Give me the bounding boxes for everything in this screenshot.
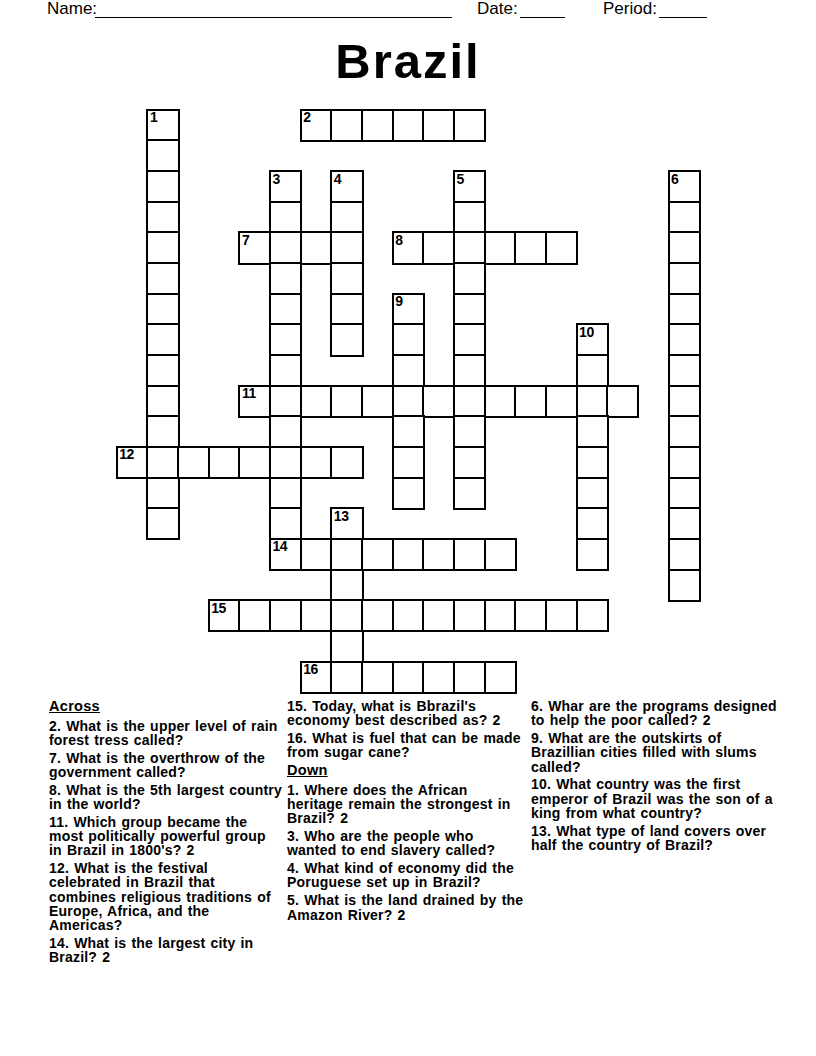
cell-r11c3[interactable] xyxy=(208,446,241,479)
across-clue-16: 16. What is fuel that can be made from s… xyxy=(287,731,528,760)
cell-r11c7[interactable] xyxy=(330,446,363,479)
cell-r9c18[interactable] xyxy=(668,385,701,418)
cell-r14c15[interactable] xyxy=(576,538,609,571)
across-clue-7: 7. What is the overthrow of the governme… xyxy=(49,751,282,780)
cell-r14c8[interactable] xyxy=(361,538,394,571)
cell-r4c7[interactable] xyxy=(330,231,363,264)
cell-r2c1[interactable] xyxy=(146,170,179,203)
cell-r11c2[interactable] xyxy=(177,446,210,479)
cell-r12c18[interactable] xyxy=(668,477,701,510)
cell-r16c12[interactable] xyxy=(484,599,517,632)
cell-r18c10[interactable] xyxy=(422,661,455,694)
cell-r10c15[interactable] xyxy=(576,415,609,448)
cell-r6c18[interactable] xyxy=(668,293,701,326)
cell-r6c9[interactable]: 9 xyxy=(392,293,425,326)
cell-r11c6[interactable] xyxy=(300,446,333,479)
cell-r3c11[interactable] xyxy=(453,201,486,234)
clue-number-9: 9 xyxy=(395,294,402,308)
cell-r9c10[interactable] xyxy=(422,385,455,418)
cell-r14c11[interactable] xyxy=(453,538,486,571)
clue-number-11: 11 xyxy=(242,386,256,400)
cell-r11c0[interactable]: 12 xyxy=(116,446,149,479)
clue-number-14: 14 xyxy=(273,539,288,553)
cell-r14c9[interactable] xyxy=(392,538,425,571)
cell-r18c6[interactable]: 16 xyxy=(300,661,333,694)
name-blank-line[interactable] xyxy=(95,1,452,18)
cell-r16c3[interactable]: 15 xyxy=(208,599,241,632)
cell-r7c11[interactable] xyxy=(453,323,486,356)
cell-r16c4[interactable] xyxy=(238,599,271,632)
clue-number-6: 6 xyxy=(671,172,678,186)
cell-r12c11[interactable] xyxy=(453,477,486,510)
cell-r11c5[interactable] xyxy=(269,446,302,479)
cell-r4c5[interactable] xyxy=(269,231,302,264)
cell-r9c5[interactable] xyxy=(269,385,302,418)
cell-r10c11[interactable] xyxy=(453,415,486,448)
clue-number-15: 15 xyxy=(211,601,226,615)
cell-r0c11[interactable] xyxy=(453,109,486,142)
clue-number-2: 2 xyxy=(303,110,310,124)
cell-r18c9[interactable] xyxy=(392,661,425,694)
cell-r11c18[interactable] xyxy=(668,446,701,479)
cell-r13c1[interactable] xyxy=(146,507,179,540)
cell-r3c5[interactable] xyxy=(269,201,302,234)
cell-r5c1[interactable] xyxy=(146,262,179,295)
cell-r11c9[interactable] xyxy=(392,446,425,479)
cell-r2c18[interactable]: 6 xyxy=(668,170,701,203)
across-clue-11: 11. Which group became the most politica… xyxy=(49,815,282,858)
crossword-worksheet-page: Name: Date: Period: Brazil 1234567891011… xyxy=(0,0,816,1056)
cell-r18c7[interactable] xyxy=(330,661,363,694)
cell-r8c11[interactable] xyxy=(453,354,486,387)
cell-r15c7[interactable] xyxy=(330,569,363,602)
cell-r7c7[interactable] xyxy=(330,323,363,356)
clue-number-5: 5 xyxy=(456,172,463,186)
cell-r16c7[interactable] xyxy=(330,599,363,632)
cell-r14c12[interactable] xyxy=(484,538,517,571)
cell-r0c10[interactable] xyxy=(422,109,455,142)
clue-number-1: 1 xyxy=(150,110,157,124)
down-clue-5: 5. What is the land drained by the Amazo… xyxy=(287,893,528,922)
cell-r10c9[interactable] xyxy=(392,415,425,448)
down-clue-13: 13. What type of land covers over half t… xyxy=(531,824,783,853)
cell-r17c7[interactable] xyxy=(330,630,363,663)
cell-r0c7[interactable] xyxy=(330,109,363,142)
cell-r4c12[interactable] xyxy=(484,231,517,264)
cell-r9c6[interactable] xyxy=(300,385,333,418)
cell-r0c1[interactable]: 1 xyxy=(146,109,179,142)
cell-r2c5[interactable]: 3 xyxy=(269,170,302,203)
cell-r14c10[interactable] xyxy=(422,538,455,571)
clue-column-middle: 15. Today, what is Bbrazil's economy bes… xyxy=(287,699,528,925)
cell-r18c8[interactable] xyxy=(361,661,394,694)
cell-r1c1[interactable] xyxy=(146,139,179,172)
cell-r13c5[interactable] xyxy=(269,507,302,540)
cell-r4c11[interactable] xyxy=(453,231,486,264)
clue-number-3: 3 xyxy=(273,172,280,186)
across-clue-14: 14. What is the largest city in Brazil? … xyxy=(49,936,282,965)
cell-r7c15[interactable]: 10 xyxy=(576,323,609,356)
page-title: Brazil xyxy=(0,37,816,86)
cell-r8c9[interactable] xyxy=(392,354,425,387)
clue-number-12: 12 xyxy=(119,447,134,461)
cell-r16c5[interactable] xyxy=(269,599,302,632)
cell-r0c6[interactable]: 2 xyxy=(300,109,333,142)
cell-r4c1[interactable] xyxy=(146,231,179,264)
crossword-grid: 12345678910111213141516 xyxy=(117,110,699,692)
cell-r12c15[interactable] xyxy=(576,477,609,510)
cell-r7c1[interactable] xyxy=(146,323,179,356)
cell-r16c9[interactable] xyxy=(392,599,425,632)
cell-r4c10[interactable] xyxy=(422,231,455,264)
clue-number-4: 4 xyxy=(334,172,341,186)
cell-r9c4[interactable]: 11 xyxy=(238,385,271,418)
cell-r9c9[interactable] xyxy=(392,385,425,418)
clue-number-13: 13 xyxy=(334,509,349,523)
across-heading: Across xyxy=(49,699,282,714)
cell-r13c18[interactable] xyxy=(668,507,701,540)
cell-r14c7[interactable] xyxy=(330,538,363,571)
cell-r4c4[interactable]: 7 xyxy=(238,231,271,264)
cell-r11c15[interactable] xyxy=(576,446,609,479)
down-clue-4: 4. What kind of economy did the Porugues… xyxy=(287,861,528,890)
cell-r8c18[interactable] xyxy=(668,354,701,387)
cell-r9c12[interactable] xyxy=(484,385,517,418)
cell-r6c11[interactable] xyxy=(453,293,486,326)
cell-r9c15[interactable] xyxy=(576,385,609,418)
cell-r5c7[interactable] xyxy=(330,262,363,295)
clue-number-8: 8 xyxy=(395,233,402,247)
cell-r18c12[interactable] xyxy=(484,661,517,694)
down-heading: Down xyxy=(287,763,528,778)
cell-r4c14[interactable] xyxy=(545,231,578,264)
cell-r4c6[interactable] xyxy=(300,231,333,264)
date-label: Date: xyxy=(477,0,518,17)
cell-r16c11[interactable] xyxy=(453,599,486,632)
cell-r10c18[interactable] xyxy=(668,415,701,448)
across-clue-8: 8. What is the 5th largest country in th… xyxy=(49,783,282,812)
cell-r9c11[interactable] xyxy=(453,385,486,418)
cell-r2c11[interactable]: 5 xyxy=(453,170,486,203)
cell-r14c5[interactable]: 14 xyxy=(269,538,302,571)
date-blank-line[interactable] xyxy=(520,1,565,18)
down-clue-10: 10. What country was the first emperor o… xyxy=(531,777,783,820)
cell-r12c5[interactable] xyxy=(269,477,302,510)
cell-r12c1[interactable] xyxy=(146,477,179,510)
across-clue-15: 15. Today, what is Bbrazil's economy bes… xyxy=(287,699,528,728)
cell-r10c1[interactable] xyxy=(146,415,179,448)
cell-r13c15[interactable] xyxy=(576,507,609,540)
across-clue-2: 2. What is the upper level of rain fores… xyxy=(49,719,282,748)
across-clue-12: 12. What is the festival celebrated in B… xyxy=(49,861,282,932)
cell-r16c8[interactable] xyxy=(361,599,394,632)
clue-number-7: 7 xyxy=(242,233,249,247)
cell-r16c13[interactable] xyxy=(514,599,547,632)
cell-r4c9[interactable]: 8 xyxy=(392,231,425,264)
cell-r3c18[interactable] xyxy=(668,201,701,234)
cell-r3c7[interactable] xyxy=(330,201,363,234)
cell-r0c8[interactable] xyxy=(361,109,394,142)
cell-r9c8[interactable] xyxy=(361,385,394,418)
cell-r6c1[interactable] xyxy=(146,293,179,326)
cell-r0c9[interactable] xyxy=(392,109,425,142)
cell-r16c10[interactable] xyxy=(422,599,455,632)
clue-number-10: 10 xyxy=(579,325,594,339)
cell-r14c18[interactable] xyxy=(668,538,701,571)
cell-r11c4[interactable] xyxy=(238,446,271,479)
cell-r14c6[interactable] xyxy=(300,538,333,571)
cell-r6c5[interactable] xyxy=(269,293,302,326)
cell-r7c5[interactable] xyxy=(269,323,302,356)
cell-r5c11[interactable] xyxy=(453,262,486,295)
down-clue-1: 1. Where does the African heritage remai… xyxy=(287,783,528,826)
period-label: Period: xyxy=(603,0,657,17)
name-label: Name: xyxy=(47,0,97,17)
cell-r10c5[interactable] xyxy=(269,415,302,448)
clue-column-right: 6. Whar are the programs designed to hel… xyxy=(531,699,783,856)
cell-r18c11[interactable] xyxy=(453,661,486,694)
cell-r12c9[interactable] xyxy=(392,477,425,510)
cell-r5c5[interactable] xyxy=(269,262,302,295)
cell-r5c18[interactable] xyxy=(668,262,701,295)
cell-r9c14[interactable] xyxy=(545,385,578,418)
cell-r8c5[interactable] xyxy=(269,354,302,387)
cell-r16c15[interactable] xyxy=(576,599,609,632)
cell-r9c7[interactable] xyxy=(330,385,363,418)
cell-r6c7[interactable] xyxy=(330,293,363,326)
cell-r7c9[interactable] xyxy=(392,323,425,356)
down-clue-3: 3. Who are the people who wanted to end … xyxy=(287,829,528,858)
cell-r11c1[interactable] xyxy=(146,446,179,479)
cell-r11c11[interactable] xyxy=(453,446,486,479)
cell-r13c7[interactable]: 13 xyxy=(330,507,363,540)
cell-r9c13[interactable] xyxy=(514,385,547,418)
cell-r9c16[interactable] xyxy=(606,385,639,418)
cell-r8c15[interactable] xyxy=(576,354,609,387)
clue-column-left: Across2. What is the upper level of rain… xyxy=(49,699,282,968)
cell-r2c7[interactable]: 4 xyxy=(330,170,363,203)
cell-r8c1[interactable] xyxy=(146,354,179,387)
cell-r4c13[interactable] xyxy=(514,231,547,264)
period-blank-line[interactable] xyxy=(659,1,707,18)
cell-r9c1[interactable] xyxy=(146,385,179,418)
cell-r4c18[interactable] xyxy=(668,231,701,264)
cell-r16c14[interactable] xyxy=(545,599,578,632)
clue-number-16: 16 xyxy=(303,662,318,676)
cell-r7c18[interactable] xyxy=(668,323,701,356)
cell-r3c1[interactable] xyxy=(146,201,179,234)
cell-r16c6[interactable] xyxy=(300,599,333,632)
cell-r15c18[interactable] xyxy=(668,569,701,602)
down-clue-6: 6. Whar are the programs designed to hel… xyxy=(531,699,783,728)
down-clue-9: 9. What are the outskirts of Brazillian … xyxy=(531,731,783,774)
